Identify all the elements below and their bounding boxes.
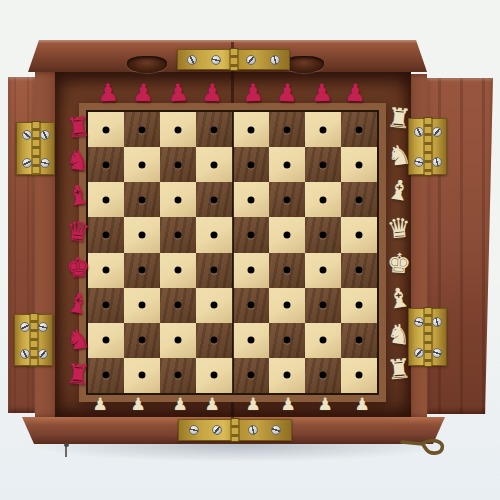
- peg-hole: [211, 372, 218, 379]
- white-knight[interactable]: ♞: [385, 319, 412, 349]
- white-bishop[interactable]: ♝: [385, 175, 413, 205]
- white-pawn[interactable]: ♟: [354, 396, 369, 413]
- peg-hole: [175, 126, 182, 133]
- square-h5[interactable]: [341, 217, 377, 252]
- square-a5[interactable]: [88, 217, 124, 252]
- square-c3[interactable]: [160, 288, 196, 323]
- peg-hole: [139, 126, 146, 133]
- screw: [432, 157, 442, 167]
- square-b8[interactable]: [124, 112, 160, 147]
- screw: [20, 322, 30, 332]
- square-a7[interactable]: [88, 147, 124, 182]
- square-e5[interactable]: [233, 217, 269, 252]
- peg-hole: [139, 267, 146, 274]
- square-g2[interactable]: [305, 323, 341, 358]
- peg-hole: [103, 161, 110, 168]
- peg-hole: [103, 126, 110, 133]
- square-a1[interactable]: [88, 358, 124, 393]
- peg-hole: [355, 337, 362, 344]
- square-h8[interactable]: [341, 112, 377, 147]
- white-pawn[interactable]: ♟: [92, 396, 107, 413]
- square-b2[interactable]: [124, 323, 160, 358]
- screw: [432, 317, 442, 327]
- red-knight[interactable]: ♞: [64, 145, 91, 175]
- white-bishop[interactable]: ♝: [385, 283, 413, 313]
- screw: [414, 317, 424, 327]
- square-d3[interactable]: [196, 288, 232, 323]
- square-f8[interactable]: [269, 112, 305, 147]
- square-g4[interactable]: [305, 253, 341, 288]
- peg-hole: [211, 337, 218, 344]
- red-pawn[interactable]: ♟: [276, 80, 299, 105]
- peg-hole: [319, 337, 326, 344]
- fold-hinge-plate-bottom: [178, 419, 292, 441]
- red-queen[interactable]: ♛: [65, 216, 91, 245]
- peg-hole: [103, 372, 110, 379]
- square-f5[interactable]: [269, 217, 305, 252]
- square-d1[interactable]: [196, 358, 232, 393]
- white-pawn[interactable]: ♟: [245, 396, 260, 413]
- peg-hole: [175, 302, 182, 309]
- peg-hole: [247, 337, 254, 344]
- square-f6[interactable]: [269, 182, 305, 217]
- square-b7[interactable]: [124, 147, 160, 182]
- square-d5[interactable]: [196, 217, 232, 252]
- white-pawn[interactable]: ♟: [317, 396, 332, 413]
- square-g3[interactable]: [305, 288, 341, 323]
- square-d8[interactable]: [196, 112, 232, 147]
- peg-hole: [139, 372, 146, 379]
- square-h1[interactable]: [341, 358, 377, 393]
- square-f7[interactable]: [269, 147, 305, 182]
- peg-hole: [139, 161, 146, 168]
- peg-hole: [211, 161, 218, 168]
- white-pawn[interactable]: ♟: [172, 396, 187, 413]
- square-e8[interactable]: [233, 112, 269, 147]
- finger-notch-left: [127, 56, 167, 73]
- square-h2[interactable]: [341, 323, 377, 358]
- square-c4[interactable]: [160, 253, 196, 288]
- screw: [270, 55, 280, 65]
- square-e4[interactable]: [233, 253, 269, 288]
- peg-hole: [103, 196, 110, 203]
- peg-hole: [355, 267, 362, 274]
- square-d6[interactable]: [196, 182, 232, 217]
- square-g6[interactable]: [305, 182, 341, 217]
- hinge-right-upper: [408, 118, 447, 175]
- peg-hole: [355, 302, 362, 309]
- peg-hole: [139, 302, 146, 309]
- screw: [22, 130, 32, 140]
- screw: [212, 425, 222, 435]
- square-b4[interactable]: [124, 253, 160, 288]
- peg-hole: [319, 126, 326, 133]
- square-c7[interactable]: [160, 147, 196, 182]
- screw: [271, 425, 281, 435]
- square-e7[interactable]: [233, 147, 269, 182]
- red-pawn[interactable]: ♟: [201, 81, 223, 106]
- square-d7[interactable]: [196, 147, 232, 182]
- square-a8[interactable]: [88, 112, 124, 147]
- screw: [211, 55, 221, 65]
- peg-hole: [247, 161, 254, 168]
- red-pawn[interactable]: ♟: [311, 81, 333, 106]
- white-queen[interactable]: ♛: [386, 213, 412, 242]
- screw: [414, 348, 424, 358]
- square-e2[interactable]: [233, 323, 269, 358]
- red-pawn[interactable]: ♟: [167, 80, 190, 105]
- peg-hole: [319, 372, 326, 379]
- white-rook[interactable]: ♜: [386, 103, 413, 132]
- screw: [432, 127, 442, 137]
- square-b1[interactable]: [124, 358, 160, 393]
- square-b6[interactable]: [124, 182, 160, 217]
- square-c5[interactable]: [160, 217, 196, 252]
- square-h7[interactable]: [341, 147, 377, 182]
- peg-hole: [283, 302, 290, 309]
- white-pawn[interactable]: ♟: [204, 396, 219, 413]
- clasp-hook-icon: [400, 435, 448, 459]
- white-knight[interactable]: ♞: [385, 140, 412, 170]
- peg-hole: [247, 372, 254, 379]
- screw: [38, 322, 48, 332]
- square-d2[interactable]: [196, 323, 232, 358]
- square-a2[interactable]: [88, 323, 124, 358]
- peg-hole: [247, 302, 254, 309]
- screw: [40, 158, 50, 168]
- peg-hole: [319, 267, 326, 274]
- hinge-right-lower: [408, 308, 447, 366]
- peg-hole: [247, 126, 254, 133]
- finger-notch-right: [284, 56, 324, 73]
- screw: [38, 349, 48, 359]
- peg-hole: [319, 231, 326, 238]
- peg-hole: [175, 231, 182, 238]
- peg-hole: [319, 196, 326, 203]
- red-pawn[interactable]: ♟: [132, 81, 154, 106]
- peg-hole: [103, 302, 110, 309]
- board-fold-seam: [232, 112, 234, 393]
- screw: [20, 349, 30, 359]
- peg-hole: [211, 267, 218, 274]
- red-bishop[interactable]: ♝: [64, 288, 92, 318]
- peg-hole: [175, 337, 182, 344]
- white-king[interactable]: ♚: [386, 249, 412, 278]
- square-g1[interactable]: [305, 358, 341, 393]
- peg-hole: [211, 196, 218, 203]
- square-e1[interactable]: [233, 358, 269, 393]
- square-a4[interactable]: [88, 253, 124, 288]
- peg-hole: [355, 372, 362, 379]
- square-c1[interactable]: [160, 358, 196, 393]
- screw: [189, 425, 199, 435]
- square-a3[interactable]: [88, 288, 124, 323]
- peg-hole: [175, 267, 182, 274]
- red-pawn[interactable]: ♟: [97, 81, 119, 106]
- peg-hole: [283, 196, 290, 203]
- square-f1[interactable]: [269, 358, 305, 393]
- peg-hole: [283, 337, 290, 344]
- peg-hole: [247, 267, 254, 274]
- white-pawn[interactable]: ♟: [130, 396, 145, 413]
- square-f2[interactable]: [269, 323, 305, 358]
- peg-hole: [283, 231, 290, 238]
- peg-hole: [319, 302, 326, 309]
- square-h4[interactable]: [341, 253, 377, 288]
- square-e3[interactable]: [233, 288, 269, 323]
- peg-hole: [103, 231, 110, 238]
- square-g8[interactable]: [305, 112, 341, 147]
- peg-hole: [247, 231, 254, 238]
- screw: [22, 158, 32, 168]
- square-f4[interactable]: [269, 253, 305, 288]
- white-pawn[interactable]: ♟: [280, 396, 295, 413]
- screw: [40, 130, 50, 140]
- screw: [248, 425, 258, 435]
- screw: [246, 55, 256, 65]
- peg-hole: [211, 126, 218, 133]
- red-rook[interactable]: ♜: [65, 112, 92, 141]
- peg-hole: [283, 161, 290, 168]
- peg-hole: [247, 196, 254, 203]
- red-bishop[interactable]: ♝: [64, 180, 92, 210]
- peg-hole: [283, 126, 290, 133]
- fixing-pin: [65, 445, 67, 457]
- peg-hole: [211, 302, 218, 309]
- red-knight[interactable]: ♞: [64, 324, 91, 354]
- square-g5[interactable]: [305, 217, 341, 252]
- peg-hole: [103, 267, 110, 274]
- square-b3[interactable]: [124, 288, 160, 323]
- peg-hole: [283, 267, 290, 274]
- square-c6[interactable]: [160, 182, 196, 217]
- white-rook[interactable]: ♜: [386, 354, 412, 383]
- screw: [414, 157, 424, 167]
- screw: [187, 55, 197, 65]
- hinge-left-lower: [14, 314, 53, 366]
- red-king[interactable]: ♚: [65, 253, 91, 282]
- peg-hole: [355, 196, 362, 203]
- square-e6[interactable]: [233, 182, 269, 217]
- hinge-left-upper: [16, 122, 55, 175]
- screw: [414, 127, 424, 137]
- square-g7[interactable]: [305, 147, 341, 182]
- peg-hole: [139, 337, 146, 344]
- square-h6[interactable]: [341, 182, 377, 217]
- red-rook[interactable]: ♜: [65, 359, 91, 388]
- travel-chess-set-photo: ♟♟♟♟♟♟♟♟♟♟♟♟♟♟♟♟♜♞♝♛♚♝♞♜♜♞♝♛♚♝♞♜: [0, 0, 500, 500]
- peg-hole: [355, 161, 362, 168]
- peg-hole: [139, 231, 146, 238]
- screw: [432, 348, 442, 358]
- square-d4[interactable]: [196, 253, 232, 288]
- peg-hole: [175, 372, 182, 379]
- square-c2[interactable]: [160, 323, 196, 358]
- peg-hole: [175, 196, 182, 203]
- square-f3[interactable]: [269, 288, 305, 323]
- square-a6[interactable]: [88, 182, 124, 217]
- peg-hole: [355, 126, 362, 133]
- peg-hole: [283, 372, 290, 379]
- peg-hole: [175, 161, 182, 168]
- peg-hole: [139, 196, 146, 203]
- fold-hinge-plate-top: [177, 49, 290, 70]
- square-b5[interactable]: [124, 217, 160, 252]
- square-h3[interactable]: [341, 288, 377, 323]
- square-c8[interactable]: [160, 112, 196, 147]
- peg-hole: [103, 337, 110, 344]
- red-pawn[interactable]: ♟: [344, 81, 366, 106]
- peg-hole: [355, 231, 362, 238]
- peg-hole: [211, 231, 218, 238]
- red-pawn[interactable]: ♟: [242, 81, 264, 105]
- peg-hole: [319, 161, 326, 168]
